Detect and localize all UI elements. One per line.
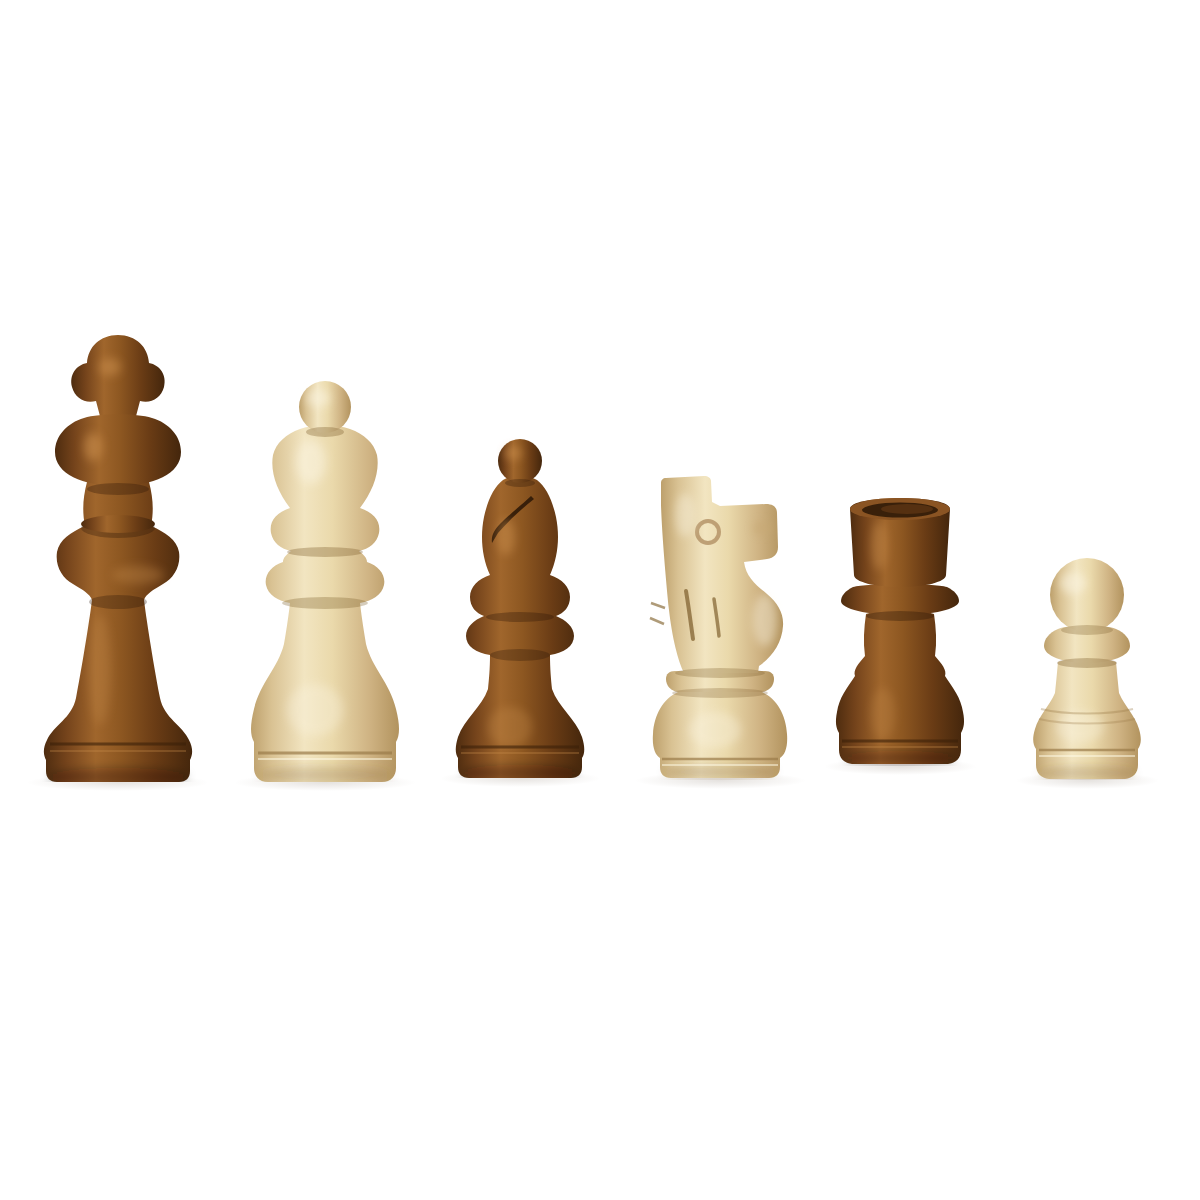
piece-light-pawn xyxy=(1025,557,1150,780)
bishop-silhouette xyxy=(450,437,590,778)
piece-dark-rook xyxy=(833,496,968,766)
piece-dark-king xyxy=(38,325,198,782)
rook-bead-ring xyxy=(841,584,959,615)
knight-silhouette xyxy=(645,475,795,780)
pawn-ball-top xyxy=(1050,558,1124,632)
piece-light-queen xyxy=(245,380,405,782)
bishop-ball-top xyxy=(498,439,542,483)
queen-ball-knob xyxy=(299,381,351,433)
queen-silhouette xyxy=(245,380,405,782)
piece-light-knight xyxy=(645,475,795,780)
king-head-bulb xyxy=(55,414,181,486)
king-silhouette xyxy=(38,325,198,782)
pawn-silhouette xyxy=(1025,557,1150,780)
piece-dark-bishop xyxy=(450,437,590,778)
rook-silhouette xyxy=(833,496,968,766)
king-crown-finial xyxy=(71,335,164,420)
product-photo-stage xyxy=(0,0,1200,1200)
knight-muzzle-shade xyxy=(753,521,771,535)
